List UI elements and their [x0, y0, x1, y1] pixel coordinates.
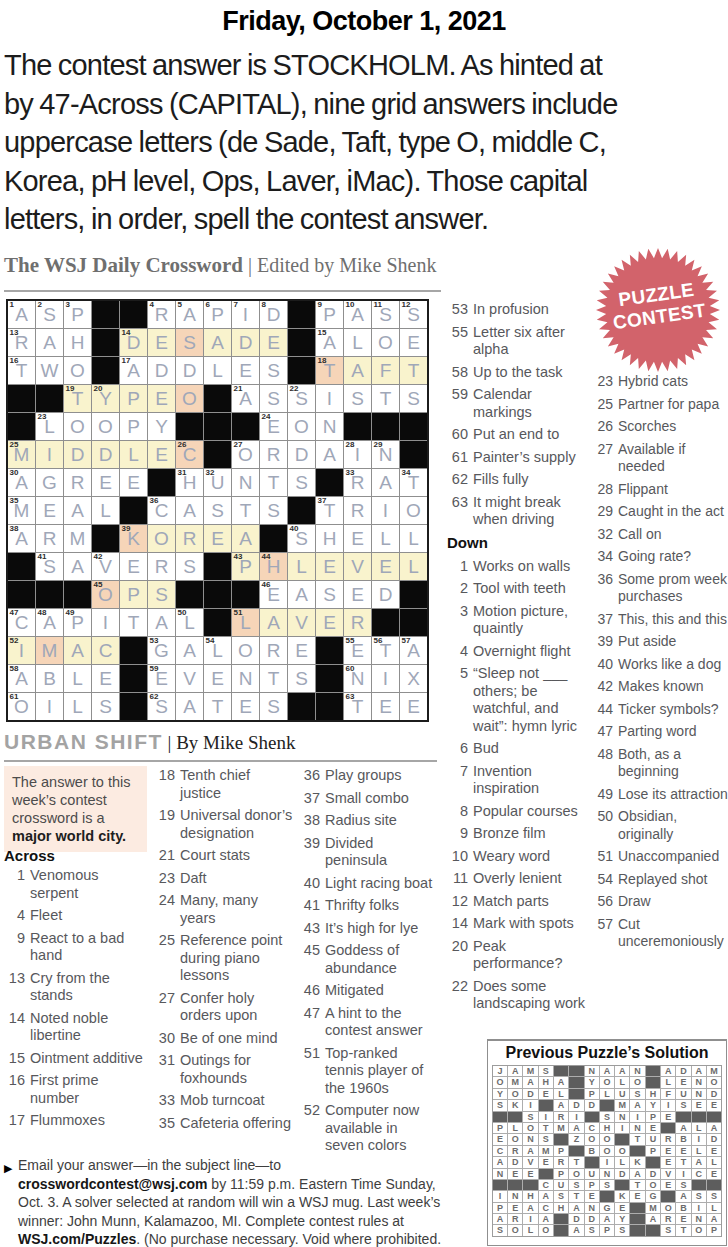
grid-cell-letter: E: [155, 332, 168, 353]
mini-cell: P: [493, 1203, 507, 1213]
mini-cell: S: [569, 1180, 583, 1190]
mini-cell: T: [569, 1191, 583, 1201]
grid-cell-letter: I: [327, 388, 332, 409]
grid-cell: D: [232, 329, 259, 356]
grid-cell-number: 1: [10, 301, 14, 309]
grid-cell: 50L: [176, 609, 203, 636]
clue-number: 16: [4, 1072, 25, 1107]
clue-item: 12Match parts: [447, 893, 590, 911]
clue-number: 34: [592, 548, 613, 566]
clue-item: 62Fills fully: [447, 471, 590, 489]
grid-cell-letter: T: [212, 696, 224, 717]
mini-black-cell: [646, 1225, 660, 1235]
mini-black-cell: [508, 1180, 522, 1190]
mini-black-cell: [692, 1112, 706, 1122]
grid-cell-number: 42: [94, 553, 103, 561]
mini-black-cell: [539, 1169, 553, 1179]
mini-cell: O: [600, 1146, 614, 1156]
clue-number: 54: [592, 871, 613, 889]
grid-cell-letter: L: [72, 668, 83, 689]
clue-number: 20: [447, 938, 468, 973]
clue-item: 23Daft: [154, 870, 294, 888]
mini-black-cell: [600, 1100, 614, 1110]
clue-number: 59: [447, 386, 468, 421]
grid-cell-number: 53: [150, 637, 159, 645]
grid-cell-letter: R: [351, 500, 365, 521]
grid-cell: 58A: [8, 665, 35, 692]
grid-cell-letter: S: [323, 584, 336, 605]
grid-cell-letter: D: [155, 360, 169, 381]
mini-cell: O: [508, 1089, 522, 1099]
grid-cell-number: 49: [66, 609, 75, 617]
grid-cell: E: [120, 553, 147, 580]
grid-cell-letter: S: [295, 668, 308, 689]
mini-cell: A: [554, 1077, 568, 1087]
grid-cell: L: [92, 497, 119, 524]
grid-cell-letter: D: [71, 444, 85, 465]
grid-cell: 49P: [64, 609, 91, 636]
grid-cell-letter: E: [155, 444, 168, 465]
clue-number: 2: [447, 580, 468, 598]
grid-cell-number: 38: [10, 525, 19, 533]
grid-cell-number: 56: [374, 637, 383, 645]
grid-cell: N: [232, 469, 259, 496]
grid-cell-letter: D: [183, 360, 197, 381]
clue-item: 36Some prom week purchases: [592, 571, 728, 606]
across-clues-1-17: 1Venomous serpent4Fleet9React to a bad h…: [4, 867, 147, 1135]
grid-cell: 38A: [8, 525, 35, 552]
grid-cell: 15A: [316, 329, 343, 356]
mini-cell: C: [539, 1203, 553, 1213]
clue-item: 4Fleet: [4, 907, 147, 925]
grid-cell-letter: R: [267, 444, 281, 465]
mini-cell: O: [615, 1146, 629, 1156]
grid-cell: 35M: [8, 497, 35, 524]
grid-cell: D: [92, 441, 119, 468]
grid-cell-number: 57: [402, 637, 411, 645]
grid-black-cell: [148, 469, 175, 496]
mini-cell: E: [523, 1169, 537, 1179]
clue-item: 5“Sleep not ___ others; be watchful, and…: [447, 665, 590, 735]
mini-cell: P: [646, 1112, 660, 1122]
mini-cell: A: [630, 1100, 644, 1110]
grid-black-cell: [204, 385, 231, 412]
clue-number: 33: [154, 1092, 175, 1110]
mini-cell: H: [523, 1191, 537, 1201]
grid-cell: A: [64, 553, 91, 580]
mini-cell: A: [646, 1214, 660, 1224]
mini-cell: M: [615, 1100, 629, 1110]
grid-cell: I: [92, 609, 119, 636]
grid-cell: R: [36, 525, 63, 552]
clue-item: 9React to a bad hand: [4, 930, 147, 965]
grid-cell: 1A: [8, 301, 35, 328]
grid-cell: L: [204, 357, 231, 384]
grid-cell: A: [64, 637, 91, 664]
mini-cell: Z: [569, 1134, 583, 1144]
explanation-line: uppercase letters (de Sade, Taft, type O…: [4, 123, 728, 162]
clue-number: 46: [299, 982, 320, 1000]
grid-cell-letter: S: [43, 304, 56, 325]
mini-cell: Y: [585, 1077, 599, 1087]
mini-cell: N: [493, 1169, 507, 1179]
mini-cell: Y: [493, 1089, 507, 1099]
clue-item: 58Up to the task: [447, 364, 590, 382]
grid-black-cell: [316, 693, 343, 720]
grid-cell: 14D: [120, 329, 147, 356]
grid-cell-number: 23: [38, 413, 47, 421]
grid-cell: S: [260, 693, 287, 720]
grid-cell: V: [288, 609, 315, 636]
clue-number: 55: [447, 324, 468, 359]
clue-item: 56Draw: [592, 893, 728, 911]
mini-cell: A: [523, 1203, 537, 1213]
mini-cell: Y: [646, 1100, 660, 1110]
clue-item: 40Light racing boat: [299, 875, 439, 893]
clue-text: Available if needed: [618, 441, 728, 476]
grid-black-cell: [400, 581, 427, 608]
grid-cell: 46E: [260, 581, 287, 608]
down-clues-1-22: 1Works on walls2Tool with teeth3Motion p…: [447, 558, 590, 1013]
mini-cell: S: [692, 1191, 706, 1201]
clue-text: Hybrid cats: [618, 373, 728, 391]
grid-cell-letter: L: [408, 528, 419, 549]
email-instructions-text: Email your answer—in the subject line—to…: [18, 1157, 441, 1247]
grid-cell-letter: L: [296, 556, 307, 577]
grid-cell-letter: P: [211, 304, 224, 325]
clue-number: 50: [592, 808, 613, 843]
grid-cell-number: 32: [206, 469, 215, 477]
grid-black-cell: [204, 609, 231, 636]
clue-text: Radius site: [325, 812, 439, 830]
grid-cell-letter: T: [268, 668, 280, 689]
grid-black-cell: [120, 693, 147, 720]
mini-cell: B: [676, 1203, 690, 1213]
grid-cell: 44H: [260, 553, 287, 580]
clue-number: 14: [4, 1010, 25, 1045]
clue-number: 47: [299, 1005, 320, 1040]
clue-number: 56: [592, 893, 613, 911]
grid-cell-letter: A: [267, 612, 280, 633]
mini-cell: I: [523, 1214, 537, 1224]
grid-cell: 63T: [344, 693, 371, 720]
clue-number: 32: [592, 526, 613, 544]
mini-cell: P: [493, 1123, 507, 1133]
grid-cell: O: [148, 525, 175, 552]
clue-item: 13Cry from the stands: [4, 970, 147, 1005]
grid-cell: M: [64, 525, 91, 552]
mini-cell: U: [676, 1089, 690, 1099]
mini-cell: A: [569, 1123, 583, 1133]
clue-number: 61: [447, 449, 468, 467]
mini-cell: T: [539, 1123, 553, 1133]
grid-cell: O: [64, 413, 91, 440]
clue-item: 41Thrifty folks: [299, 897, 439, 915]
clue-text: React to a bad hand: [30, 930, 147, 965]
mini-cell: A: [615, 1066, 629, 1076]
mini-cell: E: [615, 1203, 629, 1213]
clue-text: In profusion: [473, 301, 590, 319]
grid-cell: 29N: [372, 441, 399, 468]
grid-black-cell: [232, 413, 259, 440]
grid-cell: 9P: [316, 301, 343, 328]
grid-black-cell: [204, 581, 231, 608]
clue-item: 7Invention inspiration: [447, 763, 590, 798]
mini-cell: E: [646, 1123, 660, 1133]
mini-cell: A: [508, 1066, 522, 1076]
mini-cell: E: [508, 1169, 522, 1179]
mini-cell: I: [523, 1100, 537, 1110]
mini-cell: G: [600, 1203, 614, 1213]
clue-text: Works on walls: [473, 558, 590, 576]
mini-cell: A: [569, 1203, 583, 1213]
grid-cell-letter: A: [183, 696, 196, 717]
mini-cell: O: [661, 1203, 675, 1213]
mini-cell: V: [661, 1169, 675, 1179]
grid-cell-number: 13: [10, 329, 19, 337]
mini-cell: L: [661, 1077, 675, 1087]
arrow-icon: ▶: [4, 1159, 12, 1178]
clue-text: Thrifty folks: [325, 897, 439, 915]
grid-cell: E: [36, 497, 63, 524]
grid-cell-number: 51: [234, 609, 243, 617]
clue-text: Flippant: [618, 481, 728, 499]
mini-cell: E: [676, 1214, 690, 1224]
clue-item: 43It’s high for lye: [299, 920, 439, 938]
mini-cell: L: [707, 1157, 721, 1167]
clue-number: 60: [447, 426, 468, 444]
mini-cell: F: [661, 1089, 675, 1099]
clue-number: 40: [592, 656, 613, 674]
grid-cell-letter: O: [294, 416, 309, 437]
clue-text: Draw: [618, 893, 728, 911]
clue-number: 45: [299, 942, 320, 977]
clue-number: 52: [299, 1102, 320, 1155]
grid-cell: S: [260, 497, 287, 524]
grid-cell: 54L: [204, 637, 231, 664]
mini-cell: A: [600, 1214, 614, 1224]
clue-item: 36Play groups: [299, 767, 439, 785]
clue-text: Calendar markings: [473, 386, 590, 421]
clue-item: 1Works on walls: [447, 558, 590, 576]
mini-cell: A: [676, 1191, 690, 1201]
grid-black-cell: [120, 637, 147, 664]
mini-cell: P: [646, 1146, 660, 1156]
grid-cell: S: [204, 497, 231, 524]
clue-number: 19: [154, 807, 175, 842]
grid-black-cell: [372, 609, 399, 636]
page-title: Friday, October 1, 2021: [0, 6, 728, 37]
clue-text: Overnight flight: [473, 643, 590, 661]
grid-cell-number: 29: [374, 441, 383, 449]
grid-cell-letter: I: [383, 668, 388, 689]
puzzle-contest-badge: PUZZLE CONTEST: [595, 247, 721, 373]
clue-item: 40Works like a dog: [592, 656, 728, 674]
grid-cell-letter: V: [183, 668, 196, 689]
clue-text: Cry from the stands: [30, 970, 147, 1005]
clue-number: 4: [447, 643, 468, 661]
grid-cell: 60N: [344, 665, 371, 692]
grid-cell-letter: O: [406, 500, 421, 521]
mini-cell: K: [508, 1100, 522, 1110]
mini-cell: S: [676, 1100, 690, 1110]
contest-note-text: The answer to this week’s contest crossw…: [12, 774, 130, 826]
clue-text: Works like a dog: [618, 656, 728, 674]
grid-cell: O: [372, 329, 399, 356]
grid-cell: 39K: [120, 525, 147, 552]
across-label: Across: [4, 847, 55, 864]
mini-cell: M: [523, 1066, 537, 1076]
clue-number: 57: [592, 916, 613, 951]
grid-cell-letter: S: [155, 584, 168, 605]
grid-cell-letter: S: [267, 696, 280, 717]
grid-cell: 53G: [148, 637, 175, 664]
mini-cell: S: [600, 1112, 614, 1122]
mini-cell: O: [523, 1123, 537, 1133]
mini-cell: N: [630, 1066, 644, 1076]
grid-cell-number: 8: [262, 301, 266, 309]
across-clues-53-63: 53In profusion55Letter six after alpha58…: [447, 301, 590, 529]
mini-cell: E: [661, 1157, 675, 1167]
mini-cell: V: [523, 1157, 537, 1167]
mini-black-cell: [646, 1066, 660, 1076]
grid-cell-letter: P: [127, 388, 140, 409]
mini-cell: A: [539, 1214, 553, 1224]
grid-cell-number: 62: [150, 693, 159, 701]
contest-explanation: The contest answer is STOCKHOLM. As hint…: [4, 46, 728, 239]
grid-cell-number: 5: [178, 301, 182, 309]
clue-text: Makes known: [618, 678, 728, 696]
mini-cell: S: [615, 1225, 629, 1235]
clue-item: 49Lose its attraction: [592, 786, 728, 804]
grid-cell: R: [260, 637, 287, 664]
grid-cell: I: [316, 385, 343, 412]
grid-cell-letter: A: [71, 556, 84, 577]
clue-text: Obsidian, originally: [618, 808, 728, 843]
mini-cell: C: [692, 1169, 706, 1179]
grid-cell: 8D: [260, 301, 287, 328]
grid-cell: E: [400, 329, 427, 356]
grid-cell: 31H: [176, 469, 203, 496]
grid-black-cell: [400, 609, 427, 636]
mini-cell: N: [630, 1123, 644, 1133]
grid-black-cell: [204, 413, 231, 440]
mini-black-cell: [554, 1214, 568, 1224]
grid-cell-number: 60: [346, 665, 355, 673]
grid-cell-letter: E: [323, 556, 336, 577]
grid-cell-letter: L: [380, 528, 391, 549]
mini-cell: R: [661, 1214, 675, 1224]
mini-black-cell: [569, 1146, 583, 1156]
grid-cell-letter: E: [155, 388, 168, 409]
email-bold-text: crosswordcontest@wsj.com: [18, 1176, 207, 1192]
grid-cell-number: 21: [234, 385, 243, 393]
mini-cell: O: [630, 1077, 644, 1087]
clue-text: A hint to the contest answer: [325, 1005, 439, 1040]
mini-cell: I: [615, 1123, 629, 1133]
mini-cell: O: [569, 1169, 583, 1179]
grid-cell: 12S: [400, 301, 427, 328]
grid-black-cell: [92, 301, 119, 328]
grid-cell-letter: S: [267, 360, 280, 381]
clue-number: 22: [447, 978, 468, 1013]
grid-cell-letter: O: [378, 332, 393, 353]
clue-item: 26Scorches: [592, 418, 728, 436]
clue-text: Some prom week purchases: [618, 571, 728, 606]
mini-cell: G: [646, 1191, 660, 1201]
grid-cell-number: 43: [234, 553, 243, 561]
grid-cell: A: [176, 497, 203, 524]
clue-item: 16First prime number: [4, 1072, 147, 1107]
mini-black-cell: [539, 1100, 553, 1110]
mini-cell: I: [569, 1112, 583, 1122]
clue-text: Venomous serpent: [30, 867, 147, 902]
grid-cell-letter: A: [71, 500, 84, 521]
grid-cell: E: [120, 469, 147, 496]
grid-cell-number: 47: [10, 609, 19, 617]
grid-cell-letter: E: [407, 332, 420, 353]
grid-cell: G: [36, 469, 63, 496]
grid-cell-number: 45: [94, 581, 103, 589]
clue-text: Ointment additive: [30, 1050, 147, 1068]
grid-cell-number: 26: [178, 441, 187, 449]
grid-cell: 37T: [316, 497, 343, 524]
mini-cell: A: [554, 1100, 568, 1110]
grid-cell: E: [316, 553, 343, 580]
grid-cell-letter: L: [212, 360, 223, 381]
explanation-line: by 47-Across (CAPITAL), nine grid answer…: [4, 85, 728, 124]
grid-cell-number: 46: [262, 581, 271, 589]
grid-cell: E: [204, 665, 231, 692]
grid-cell: E: [260, 329, 287, 356]
clue-text: Computer now available in seven colors: [325, 1102, 439, 1155]
grid-cell: S: [92, 693, 119, 720]
clue-text: Peak performance?: [473, 938, 590, 973]
grid-cell: 51L: [232, 609, 259, 636]
grid-cell: H: [64, 329, 91, 356]
grid-cell-letter: S: [295, 472, 308, 493]
grid-cell: W: [36, 357, 63, 384]
grid-black-cell: [316, 665, 343, 692]
clue-text: Call on: [618, 526, 728, 544]
mini-cell: P: [585, 1089, 599, 1099]
puzzle-header: URBAN SHIFT | By Mike Shenk: [4, 730, 295, 754]
grid-cell-letter: A: [323, 444, 336, 465]
clue-number: 27: [154, 990, 175, 1025]
clue-text: Noted noble libertine: [30, 1010, 147, 1045]
grid-cell: R: [260, 441, 287, 468]
clue-text: Be of one mind: [180, 1030, 294, 1048]
mini-cell: L: [692, 1123, 706, 1133]
grid-cell: R: [148, 553, 175, 580]
clue-item: 47Parting word: [592, 723, 728, 741]
grid-cell: 45O: [92, 581, 119, 608]
mini-cell: O: [585, 1134, 599, 1144]
clue-number: 36: [299, 767, 320, 785]
clue-text: Letter six after alpha: [473, 324, 590, 359]
clue-text: Up to the task: [473, 364, 590, 382]
grid-cell: B: [36, 665, 63, 692]
grid-black-cell: [316, 637, 343, 664]
grid-cell: 48A: [36, 609, 63, 636]
grid-cell-letter: I: [355, 444, 360, 465]
grid-cell: R: [176, 525, 203, 552]
grid-cell: E: [148, 329, 175, 356]
mini-cell: T: [676, 1157, 690, 1167]
masthead-title: The WSJ Daily Crossword: [4, 253, 243, 277]
clue-number: 58: [447, 364, 468, 382]
clue-number: 35: [154, 1115, 175, 1133]
